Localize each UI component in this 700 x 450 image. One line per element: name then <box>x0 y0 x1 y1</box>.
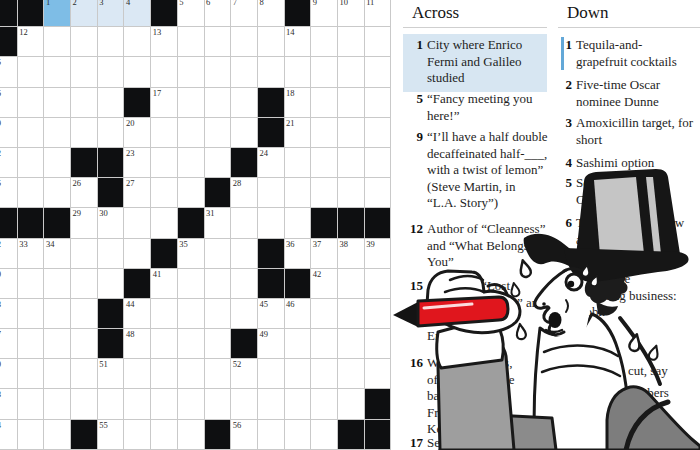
grid-cell[interactable]: 14 <box>285 27 311 56</box>
grid-cell[interactable]: 48 <box>124 329 150 358</box>
grid-cell[interactable] <box>151 208 177 237</box>
grid-cell[interactable] <box>311 389 337 418</box>
grid-cell[interactable] <box>285 329 311 358</box>
grid-cell[interactable]: 12 <box>18 27 44 56</box>
black-cell <box>365 208 391 237</box>
clue-text: With 17-Across, official language based … <box>427 355 514 438</box>
cell-number: 11 <box>366 0 374 7</box>
grid-cell[interactable]: 25 <box>0 178 17 207</box>
cell-number: 37 <box>313 239 322 249</box>
grid-cell[interactable] <box>44 118 70 147</box>
grid-cell[interactable] <box>44 88 70 117</box>
black-cell <box>18 0 44 26</box>
across-clue-9[interactable]: 9“I’ll have a half double decaffeinated … <box>403 129 547 212</box>
grid-cell[interactable] <box>18 269 44 298</box>
clue-number: 4 <box>558 155 576 172</box>
black-cell <box>0 27 17 56</box>
grid-cell[interactable]: 17 <box>151 88 177 117</box>
grid-cell[interactable] <box>365 299 391 328</box>
grid-cell[interactable] <box>205 88 231 117</box>
grid-cell[interactable] <box>365 57 391 86</box>
cell-number: 25 <box>0 178 1 188</box>
grid-cell[interactable] <box>151 299 177 328</box>
grid-cell[interactable]: 7 <box>231 0 257 26</box>
black-cell <box>258 88 284 117</box>
grid-cell[interactable]: 21 <box>285 118 311 147</box>
black-cell <box>71 148 97 177</box>
cell-number: 42 <box>313 269 322 279</box>
grid-cell[interactable]: 10 <box>338 0 364 26</box>
grid-cell[interactable] <box>231 208 257 237</box>
grid-cell[interactable]: 39 <box>365 239 391 268</box>
grid-cell[interactable]: 26 <box>71 178 97 207</box>
clue-number: 9 <box>403 129 427 212</box>
grid-cell[interactable] <box>205 118 231 147</box>
grid-cell[interactable]: 18 <box>285 88 311 117</box>
black-cell <box>338 420 364 449</box>
black-cell <box>98 178 124 207</box>
down-header: Down <box>567 3 609 23</box>
grid-cell[interactable] <box>311 178 337 207</box>
grid-cell[interactable] <box>365 27 391 56</box>
grid-cell[interactable]: 15 <box>0 57 17 86</box>
down-clue-6[interactable]: 6Tips that may follow a meal at a diner <box>558 215 700 265</box>
grid-cell[interactable] <box>124 57 150 86</box>
cell-number: 5 <box>179 0 183 7</box>
black-cell <box>0 208 17 237</box>
grid-cell[interactable] <box>18 420 44 449</box>
grid-cell[interactable] <box>205 329 231 358</box>
grid-cell[interactable]: 6 <box>205 0 231 26</box>
clue-text: Amoxicillin target, for short <box>576 115 693 148</box>
grid-cell[interactable] <box>18 118 44 147</box>
black-cell <box>231 148 257 177</box>
across-clue-17[interactable]: 17See 16-Across <box>403 435 547 450</box>
grid-cell[interactable] <box>98 27 124 56</box>
grid-cell[interactable] <box>124 420 150 449</box>
grid-cell[interactable] <box>151 359 177 388</box>
cell-number: 2 <box>73 0 77 7</box>
grid-cell[interactable] <box>178 88 204 117</box>
cell-number: 10 <box>339 0 348 7</box>
grid-cell[interactable] <box>98 269 124 298</box>
grid-cell[interactable]: 56 <box>231 420 257 449</box>
grid-cell[interactable] <box>18 389 44 418</box>
grid-cell[interactable] <box>338 118 364 147</box>
grid-cell[interactable] <box>98 88 124 117</box>
grid-cell[interactable] <box>44 148 70 177</box>
grid-cell[interactable]: 47 <box>0 329 17 358</box>
black-cell <box>285 269 311 298</box>
grid-cell[interactable] <box>44 420 70 449</box>
grid-cell[interactable] <box>151 178 177 207</box>
crossword-app: { "game": "crossword", "position": [ "##… <box>0 0 700 450</box>
down-clue-2[interactable]: 2Five-time Oscar nominee Dunne <box>558 77 700 110</box>
grid-cell[interactable] <box>365 178 391 207</box>
clue-text: See 16-Across <box>427 435 502 450</box>
grid-cell[interactable]: 50 <box>0 359 17 388</box>
black-cell <box>258 118 284 147</box>
grid-cell[interactable]: 31 <box>205 208 231 237</box>
across-clue-12[interactable]: 12Author of “Cleanness” and “What Belong… <box>403 221 547 271</box>
grid-cell[interactable]: 5 <box>178 0 204 26</box>
grid-cell[interactable] <box>71 239 97 268</box>
grid-cell[interactable] <box>258 178 284 207</box>
grid-cell[interactable] <box>205 239 231 268</box>
grid-cell[interactable]: 36 <box>285 239 311 268</box>
clue-text: “Fancy meeting you here!” <box>427 91 532 124</box>
clue-text: Seaport in California <box>576 175 629 208</box>
grid-cell[interactable] <box>231 299 257 328</box>
grid-cell[interactable] <box>311 88 337 117</box>
cell-number: 53 <box>0 389 1 399</box>
grid-cell[interactable]: 43 <box>0 299 17 328</box>
grid-cell[interactable] <box>285 359 311 388</box>
clue-number: 10 <box>558 385 576 402</box>
grid-cell[interactable] <box>338 88 364 117</box>
grid-cell[interactable]: 49 <box>258 329 284 358</box>
grid-cell[interactable]: 8 <box>258 0 284 26</box>
grid-cell[interactable] <box>44 57 70 86</box>
grid-cell[interactable] <box>338 148 364 177</box>
down-clue-9[interactable]: 9Make the cut, say <box>558 363 700 380</box>
grid-cell[interactable] <box>151 389 177 418</box>
cell-number: 21 <box>286 118 295 128</box>
black-cell <box>151 0 177 26</box>
grid-cell[interactable]: 37 <box>311 239 337 268</box>
grid-cell[interactable]: 19 <box>0 118 17 147</box>
across-header: Across <box>412 3 459 23</box>
grid-cell[interactable] <box>311 27 337 56</box>
grid-cell[interactable] <box>151 57 177 86</box>
cell-number: 24 <box>259 148 268 158</box>
grid-cell[interactable]: 46 <box>285 299 311 328</box>
clue-text: Tequila-and- grapefruit cocktails <box>576 37 677 70</box>
cell-number: 14 <box>286 27 295 37</box>
grid-cell[interactable] <box>231 88 257 117</box>
cell-number: 51 <box>99 359 108 369</box>
cell-number: 13 <box>153 27 162 37</box>
cell-number: 36 <box>286 239 295 249</box>
cell-number: 43 <box>0 299 1 309</box>
grid-cell[interactable] <box>205 57 231 86</box>
clue-text: Five-time Oscar nominee Dunne <box>576 77 660 110</box>
grid-cell[interactable]: 28 <box>231 178 257 207</box>
cell-number: 45 <box>259 299 268 309</box>
grid-cell[interactable] <box>18 299 44 328</box>
grid-cell[interactable] <box>44 27 70 56</box>
grid-cell[interactable] <box>311 57 337 86</box>
black-cell <box>98 148 124 177</box>
grid-cell[interactable] <box>258 57 284 86</box>
grid-cell[interactable] <box>98 57 124 86</box>
grid-cell[interactable] <box>365 359 391 388</box>
grid-cell[interactable] <box>231 27 257 56</box>
grid-cell[interactable] <box>285 208 311 237</box>
clue-number: 2 <box>558 77 576 110</box>
black-cell <box>44 208 70 237</box>
grid-cell[interactable] <box>365 329 391 358</box>
grid-cell[interactable]: 3 <box>98 0 124 26</box>
grid-cell[interactable] <box>258 420 284 449</box>
grid-cell[interactable]: 24 <box>258 148 284 177</box>
grid-cell[interactable] <box>231 57 257 86</box>
grid-cell[interactable]: 55 <box>98 420 124 449</box>
grid-cell[interactable] <box>178 118 204 147</box>
grid-cell[interactable] <box>338 57 364 86</box>
clue-text: “I’ll have a half double decaffeinated h… <box>427 129 548 212</box>
clue-text: Sushi fish <box>576 328 605 361</box>
grid-cell[interactable] <box>311 148 337 177</box>
black-cell <box>365 420 391 449</box>
grid-cell[interactable]: 40 <box>0 269 17 298</box>
grid-cell[interactable]: 29 <box>71 208 97 237</box>
grid-cell[interactable]: 44 <box>124 299 150 328</box>
across-clue-16[interactable]: 16With 17-Across, official language base… <box>403 355 547 438</box>
grid-cell[interactable] <box>178 148 204 177</box>
grid-cell[interactable] <box>71 269 97 298</box>
grid-cell[interactable] <box>205 299 231 328</box>
black-cell <box>258 239 284 268</box>
grid-cell[interactable] <box>71 299 97 328</box>
grid-cell[interactable] <box>124 27 150 56</box>
grid-cell[interactable] <box>44 299 70 328</box>
grid-cell[interactable] <box>365 148 391 177</box>
grid-cell[interactable]: 30 <box>98 208 124 237</box>
grid-cell[interactable] <box>18 57 44 86</box>
grid-cell[interactable]: 22 <box>0 148 17 177</box>
clue-text: Author of “Cleanness” and “What Belongs … <box>427 221 545 271</box>
grid-cell[interactable] <box>311 420 337 449</box>
grid-cell[interactable] <box>44 269 70 298</box>
grid-cell[interactable] <box>71 118 97 147</box>
down-clue-8[interactable]: 8Sushi fish <box>558 328 700 361</box>
grid-cell[interactable] <box>365 269 391 298</box>
grid-cell[interactable] <box>231 118 257 147</box>
down-clue-3[interactable]: 3Amoxicillin target, for short <box>558 115 700 148</box>
grid-cell[interactable] <box>338 299 364 328</box>
down-clue-10[interactable]: 10Cardinal numbers <box>558 385 700 402</box>
clue-text: Sashimi option <box>576 155 654 172</box>
grid-cell[interactable] <box>285 178 311 207</box>
grid-cell[interactable] <box>205 269 231 298</box>
cell-number: 44 <box>126 299 135 309</box>
grid-cell[interactable] <box>71 88 97 117</box>
black-cell <box>18 208 44 237</box>
grid-cell[interactable]: 42 <box>311 269 337 298</box>
grid-cell[interactable] <box>311 359 337 388</box>
grid-cell[interactable] <box>178 299 204 328</box>
black-cell <box>151 239 177 268</box>
grid-cell[interactable] <box>178 27 204 56</box>
grid-cell[interactable] <box>44 389 70 418</box>
grid-cell[interactable] <box>71 27 97 56</box>
grid-cell[interactable] <box>44 359 70 388</box>
clue-text: City where Enrico Fermi and Galileo stud… <box>427 37 522 87</box>
grid-cell[interactable] <box>258 389 284 418</box>
clue-number: 5 <box>558 175 576 208</box>
grid-cell[interactable] <box>311 299 337 328</box>
grid-cell[interactable]: 54 <box>0 420 17 449</box>
clue-text: Cardinal numbers <box>576 385 669 402</box>
black-cell <box>338 208 364 237</box>
cell-number: 1 <box>46 0 50 7</box>
black-cell <box>205 420 231 449</box>
grid-cell[interactable] <box>98 389 124 418</box>
clue-number: 6 <box>558 215 576 265</box>
grid-cell[interactable] <box>311 118 337 147</box>
cell-number: 52 <box>233 359 242 369</box>
grid-cell[interactable] <box>44 178 70 207</box>
grid-cell[interactable] <box>18 148 44 177</box>
grid-cell[interactable] <box>71 329 97 358</box>
across-clue-5[interactable]: 5“Fancy meeting you here!” <box>403 91 547 124</box>
grid-cell[interactable] <box>365 88 391 117</box>
grid-cell[interactable] <box>205 359 231 388</box>
grid-cell[interactable]: 1 <box>44 0 70 26</box>
grid-cell[interactable] <box>178 359 204 388</box>
grid-cell[interactable]: 51 <box>98 359 124 388</box>
grid-cell[interactable] <box>124 389 150 418</box>
grid-cell[interactable] <box>285 148 311 177</box>
grid-cell[interactable] <box>258 359 284 388</box>
grid-cell[interactable] <box>124 208 150 237</box>
grid-cell[interactable]: 4 <box>124 0 150 26</box>
cell-number: 54 <box>0 420 1 430</box>
grid-cell[interactable] <box>124 359 150 388</box>
cell-number: 46 <box>286 299 295 309</box>
crossword-board: 1234567891011121314151617181920212223242… <box>0 0 400 450</box>
grid-cell[interactable] <box>285 57 311 86</box>
grid-cell[interactable] <box>365 118 391 147</box>
grid-cell[interactable] <box>338 178 364 207</box>
cell-number: 19 <box>0 118 1 128</box>
grid-cell[interactable]: 45 <box>258 299 284 328</box>
grid-cell[interactable]: 53 <box>0 389 17 418</box>
grid-cell[interactable]: 41 <box>151 269 177 298</box>
clue-number: 7 <box>558 271 576 321</box>
grid-cell[interactable] <box>71 389 97 418</box>
across-clue-15[interactable]: 15Author of “Lost Children Archive” and … <box>403 278 547 344</box>
grid-cell[interactable]: 9 <box>311 0 337 26</box>
grid-cell[interactable] <box>71 57 97 86</box>
grid-cell[interactable] <box>258 27 284 56</box>
grid-cell[interactable] <box>231 389 257 418</box>
clue-number: 9 <box>558 363 576 380</box>
grid-cell[interactable] <box>18 329 44 358</box>
cell-number: 3 <box>99 0 103 7</box>
grid-cell[interactable]: 52 <box>231 359 257 388</box>
grid-cell[interactable] <box>18 88 44 117</box>
grid-cell[interactable] <box>285 420 311 449</box>
cell-number: 22 <box>0 148 1 158</box>
down-clue-4[interactable]: 4Sashimi option <box>558 155 700 172</box>
grid-cell[interactable] <box>98 118 124 147</box>
cell-number: 39 <box>366 239 375 249</box>
clue-number: 5 <box>403 91 427 124</box>
grid-cell[interactable]: 16 <box>0 88 17 117</box>
grid-cell[interactable] <box>151 420 177 449</box>
grid-cell[interactable] <box>285 389 311 418</box>
grid-cell[interactable]: 20 <box>124 118 150 147</box>
cell-number: 35 <box>179 239 188 249</box>
black-cell <box>0 0 17 26</box>
grid-cell[interactable]: 11 <box>365 0 391 26</box>
cell-number: 30 <box>99 208 108 218</box>
cell-number: 29 <box>73 208 82 218</box>
grid-cell[interactable] <box>98 239 124 268</box>
grid-cell[interactable] <box>338 389 364 418</box>
across-clue-1[interactable]: 1City where Enrico Fermi and Galileo stu… <box>403 34 547 92</box>
grid-cell[interactable] <box>231 239 257 268</box>
cell-number: 4 <box>126 0 130 7</box>
grid-cell[interactable] <box>151 329 177 358</box>
grid-cell[interactable] <box>151 118 177 147</box>
clue-number: 16 <box>403 355 427 438</box>
grid-cell[interactable] <box>178 389 204 418</box>
cell-number: 7 <box>233 0 237 7</box>
grid-cell[interactable] <box>178 420 204 449</box>
grid-cell[interactable] <box>18 359 44 388</box>
grid-cell[interactable] <box>178 269 204 298</box>
grid-cell[interactable]: 13 <box>151 27 177 56</box>
grid-cell[interactable] <box>151 148 177 177</box>
black-cell <box>124 269 150 298</box>
cell-number: 18 <box>286 88 295 98</box>
grid-cell[interactable] <box>231 269 257 298</box>
grid-cell[interactable]: 38 <box>338 239 364 268</box>
grid-cell[interactable] <box>205 389 231 418</box>
grid-cell[interactable] <box>178 329 204 358</box>
cell-number: 56 <box>233 420 242 430</box>
grid-cell[interactable]: 27 <box>124 178 150 207</box>
grid-cell[interactable]: 34 <box>44 239 70 268</box>
cell-number: 12 <box>19 27 28 37</box>
grid-cell[interactable] <box>311 329 337 358</box>
grid-cell[interactable]: 35 <box>178 239 204 268</box>
grid-cell[interactable] <box>338 329 364 358</box>
grid-cell[interactable] <box>178 57 204 86</box>
clue-text: Make the cut, say <box>576 363 668 380</box>
clue-text: Tips that may follow a meal at a diner <box>576 215 684 265</box>
grid-cell[interactable] <box>205 27 231 56</box>
down-clue-7[interactable]: 7One in the recording business: Abbr. <box>558 271 700 321</box>
black-cell <box>205 178 231 207</box>
clue-number: 1 <box>403 37 427 87</box>
grid-cell[interactable] <box>44 329 70 358</box>
grid-cell[interactable]: 2 <box>71 0 97 26</box>
grid-cell[interactable] <box>18 178 44 207</box>
grid-cell[interactable]: 33 <box>18 239 44 268</box>
grid-cell[interactable] <box>338 269 364 298</box>
down-clue-1[interactable]: 1Tequila-and- grapefruit cocktails <box>561 37 700 70</box>
down-clue-5[interactable]: 5Seaport in California <box>558 175 700 208</box>
grid-cell[interactable] <box>205 148 231 177</box>
cell-number: 23 <box>126 148 135 158</box>
grid-cell[interactable]: 32 <box>0 239 17 268</box>
grid-cell[interactable] <box>338 27 364 56</box>
grid-cell[interactable] <box>178 178 204 207</box>
cell-number: 41 <box>153 269 162 279</box>
crossword-grid: 1234567891011121314151617181920212223242… <box>0 0 391 450</box>
black-cell <box>124 88 150 117</box>
cell-number: 40 <box>0 269 1 279</box>
grid-cell[interactable] <box>338 359 364 388</box>
grid-cell[interactable] <box>71 359 97 388</box>
grid-cell[interactable] <box>124 239 150 268</box>
grid-cell[interactable]: 23 <box>124 148 150 177</box>
grid-cell[interactable] <box>258 208 284 237</box>
